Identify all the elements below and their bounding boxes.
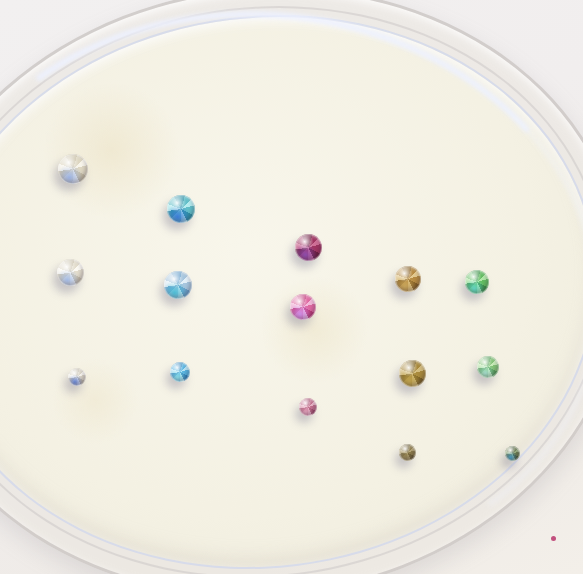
stone-peridot-small bbox=[477, 356, 499, 378]
stone-olive-tiny bbox=[399, 444, 416, 461]
stone-topaz-medium bbox=[395, 266, 421, 292]
photo-rhinestones-in-dish bbox=[0, 0, 583, 574]
stone-crystal-large bbox=[58, 154, 88, 184]
stone-pink-speck bbox=[551, 536, 556, 541]
stone-topaz-dark-medium bbox=[399, 360, 426, 387]
stone-aquamarine-large bbox=[167, 195, 195, 223]
stone-rose-medium bbox=[290, 294, 316, 320]
stone-aquamarine-light-medium bbox=[164, 271, 192, 299]
stone-crystal-medium bbox=[57, 259, 84, 286]
stone-rose-small bbox=[299, 398, 317, 416]
stone-peridot-medium bbox=[465, 270, 489, 294]
stone-aquamarine-small bbox=[170, 362, 190, 382]
stone-green-tiny bbox=[505, 446, 520, 461]
stones-layer bbox=[0, 0, 583, 574]
stone-ruby-large bbox=[295, 234, 322, 261]
stone-crystal-small bbox=[68, 368, 86, 386]
